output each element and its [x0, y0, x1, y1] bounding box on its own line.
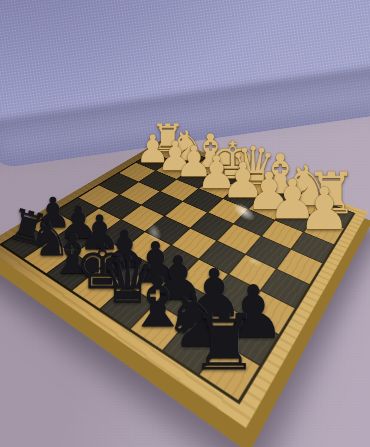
- piece-black-rook[interactable]: ♜: [190, 304, 259, 381]
- piece-white-pawn[interactable]: ♟: [298, 180, 350, 238]
- scene: ♜♞♝♛♚♝♞♜♟♟♟♟♟♟♟♟♟♟♟♟♟♟♟♟♜♞♝♛♚♝♞♜: [0, 0, 370, 447]
